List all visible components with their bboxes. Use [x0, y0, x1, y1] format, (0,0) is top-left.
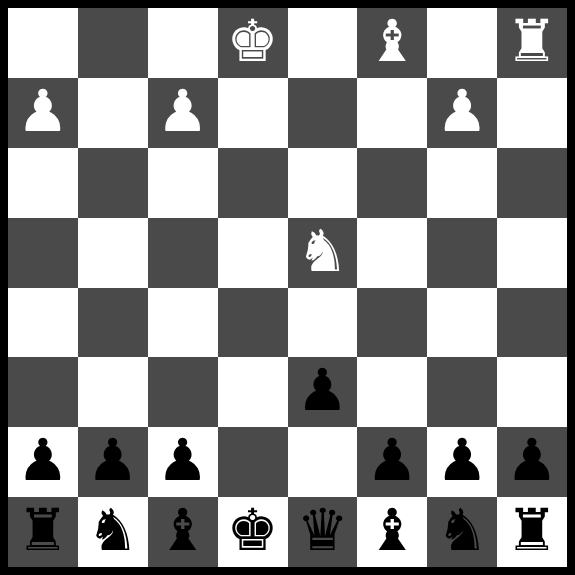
square-d5[interactable]: [288, 288, 358, 358]
chess-board: ♚♝♜♟♟♟♞♟♟♟♟♟♟♟♜♞♝♚♛♝♞♜: [8, 8, 567, 567]
black-pawn[interactable]: ♟: [506, 431, 558, 489]
square-d3[interactable]: [288, 148, 358, 218]
black-knight[interactable]: ♞: [436, 501, 488, 559]
square-g4[interactable]: [78, 218, 148, 288]
square-e5[interactable]: [218, 288, 288, 358]
square-h6[interactable]: [8, 357, 78, 427]
white-king[interactable]: ♚: [227, 12, 279, 70]
square-f6[interactable]: [148, 357, 218, 427]
black-knight[interactable]: ♞: [87, 501, 139, 559]
square-e6[interactable]: [218, 357, 288, 427]
square-b1[interactable]: [427, 8, 497, 78]
white-rook[interactable]: ♜: [506, 12, 558, 70]
square-a7[interactable]: ♟: [497, 427, 567, 497]
square-d4[interactable]: ♞: [288, 218, 358, 288]
white-knight[interactable]: ♞: [296, 222, 348, 280]
square-a2[interactable]: [497, 78, 567, 148]
black-pawn[interactable]: ♟: [366, 431, 418, 489]
black-bishop[interactable]: ♝: [157, 501, 209, 559]
black-pawn[interactable]: ♟: [87, 431, 139, 489]
white-pawn[interactable]: ♟: [17, 82, 69, 140]
black-king[interactable]: ♚: [227, 501, 279, 559]
board-frame: ♚♝♜♟♟♟♞♟♟♟♟♟♟♟♜♞♝♚♛♝♞♜: [0, 0, 575, 575]
square-b2[interactable]: ♟: [427, 78, 497, 148]
square-g1[interactable]: [78, 8, 148, 78]
black-pawn[interactable]: ♟: [296, 361, 348, 419]
square-c6[interactable]: [357, 357, 427, 427]
square-e8[interactable]: ♚: [218, 497, 288, 567]
black-pawn[interactable]: ♟: [17, 431, 69, 489]
black-rook[interactable]: ♜: [17, 501, 69, 559]
square-h8[interactable]: ♜: [8, 497, 78, 567]
square-g3[interactable]: [78, 148, 148, 218]
square-c7[interactable]: ♟: [357, 427, 427, 497]
black-pawn[interactable]: ♟: [436, 431, 488, 489]
square-h5[interactable]: [8, 288, 78, 358]
square-h2[interactable]: ♟: [8, 78, 78, 148]
square-b8[interactable]: ♞: [427, 497, 497, 567]
square-h7[interactable]: ♟: [8, 427, 78, 497]
square-e1[interactable]: ♚: [218, 8, 288, 78]
square-a1[interactable]: ♜: [497, 8, 567, 78]
square-d6[interactable]: ♟: [288, 357, 358, 427]
white-pawn[interactable]: ♟: [157, 82, 209, 140]
black-bishop[interactable]: ♝: [366, 501, 418, 559]
square-b4[interactable]: [427, 218, 497, 288]
square-c4[interactable]: [357, 218, 427, 288]
square-c3[interactable]: [357, 148, 427, 218]
square-b5[interactable]: [427, 288, 497, 358]
square-c1[interactable]: ♝: [357, 8, 427, 78]
square-d7[interactable]: [288, 427, 358, 497]
square-b7[interactable]: ♟: [427, 427, 497, 497]
square-g6[interactable]: [78, 357, 148, 427]
square-f5[interactable]: [148, 288, 218, 358]
black-rook[interactable]: ♜: [506, 501, 558, 559]
square-e3[interactable]: [218, 148, 288, 218]
black-queen[interactable]: ♛: [296, 501, 348, 559]
square-g5[interactable]: [78, 288, 148, 358]
square-e2[interactable]: [218, 78, 288, 148]
square-d1[interactable]: [288, 8, 358, 78]
square-e4[interactable]: [218, 218, 288, 288]
white-bishop[interactable]: ♝: [366, 12, 418, 70]
square-a4[interactable]: [497, 218, 567, 288]
square-f8[interactable]: ♝: [148, 497, 218, 567]
square-a8[interactable]: ♜: [497, 497, 567, 567]
square-g7[interactable]: ♟: [78, 427, 148, 497]
square-g8[interactable]: ♞: [78, 497, 148, 567]
black-pawn[interactable]: ♟: [157, 431, 209, 489]
square-f4[interactable]: [148, 218, 218, 288]
square-b3[interactable]: [427, 148, 497, 218]
square-f7[interactable]: ♟: [148, 427, 218, 497]
square-d2[interactable]: [288, 78, 358, 148]
square-c5[interactable]: [357, 288, 427, 358]
square-b6[interactable]: [427, 357, 497, 427]
square-c8[interactable]: ♝: [357, 497, 427, 567]
white-pawn[interactable]: ♟: [436, 82, 488, 140]
square-c2[interactable]: [357, 78, 427, 148]
square-h3[interactable]: [8, 148, 78, 218]
square-f2[interactable]: ♟: [148, 78, 218, 148]
square-e7[interactable]: [218, 427, 288, 497]
square-d8[interactable]: ♛: [288, 497, 358, 567]
square-f1[interactable]: [148, 8, 218, 78]
square-g2[interactable]: [78, 78, 148, 148]
square-a3[interactable]: [497, 148, 567, 218]
square-a5[interactable]: [497, 288, 567, 358]
square-h1[interactable]: [8, 8, 78, 78]
square-h4[interactable]: [8, 218, 78, 288]
square-f3[interactable]: [148, 148, 218, 218]
square-a6[interactable]: [497, 357, 567, 427]
